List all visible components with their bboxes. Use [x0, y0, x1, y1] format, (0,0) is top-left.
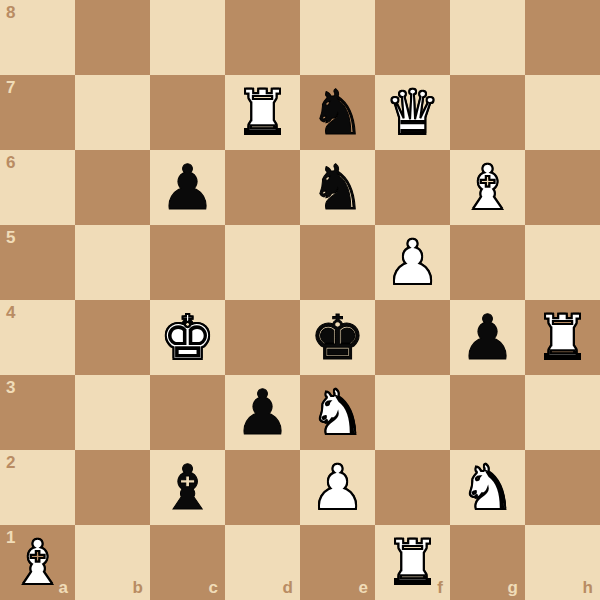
- square-b2[interactable]: [75, 450, 150, 525]
- square-e4[interactable]: ♚: [300, 300, 375, 375]
- square-h7[interactable]: [525, 75, 600, 150]
- black-pawn-piece: ♟: [450, 300, 525, 375]
- square-g6[interactable]: ♝: [450, 150, 525, 225]
- white-bishop-piece: ♝: [0, 525, 75, 600]
- square-a8[interactable]: 8: [0, 0, 75, 75]
- white-bishop-piece: ♝: [450, 150, 525, 225]
- white-pawn-piece: ♟: [300, 450, 375, 525]
- black-king-piece: ♚: [300, 300, 375, 375]
- square-c6[interactable]: ♟: [150, 150, 225, 225]
- white-rook-piece: ♜: [375, 525, 450, 600]
- square-b1[interactable]: b: [75, 525, 150, 600]
- square-d7[interactable]: ♜: [225, 75, 300, 150]
- square-f6[interactable]: [375, 150, 450, 225]
- square-f7[interactable]: ♛: [375, 75, 450, 150]
- square-f2[interactable]: [375, 450, 450, 525]
- square-b8[interactable]: [75, 0, 150, 75]
- white-knight-piece: ♞: [450, 450, 525, 525]
- square-h1[interactable]: h: [525, 525, 600, 600]
- rank-label-7: 7: [6, 79, 15, 96]
- black-pawn-piece: ♟: [225, 375, 300, 450]
- white-pawn-piece: ♟: [375, 225, 450, 300]
- file-label-d: d: [283, 579, 293, 596]
- square-h2[interactable]: [525, 450, 600, 525]
- square-b5[interactable]: [75, 225, 150, 300]
- square-h6[interactable]: [525, 150, 600, 225]
- square-e5[interactable]: [300, 225, 375, 300]
- white-king-piece: ♚: [150, 300, 225, 375]
- file-label-g: g: [508, 579, 518, 596]
- white-queen-piece: ♛: [375, 75, 450, 150]
- white-rook-piece: ♜: [225, 75, 300, 150]
- square-f4[interactable]: [375, 300, 450, 375]
- rank-label-3: 3: [6, 379, 15, 396]
- white-rook-piece: ♜: [525, 300, 600, 375]
- rank-label-2: 2: [6, 454, 15, 471]
- square-c8[interactable]: [150, 0, 225, 75]
- square-g4[interactable]: ♟: [450, 300, 525, 375]
- square-c1[interactable]: c: [150, 525, 225, 600]
- square-c7[interactable]: [150, 75, 225, 150]
- square-d5[interactable]: [225, 225, 300, 300]
- square-d4[interactable]: [225, 300, 300, 375]
- square-a7[interactable]: 7: [0, 75, 75, 150]
- square-a4[interactable]: 4: [0, 300, 75, 375]
- square-c4[interactable]: ♚: [150, 300, 225, 375]
- square-c5[interactable]: [150, 225, 225, 300]
- square-e8[interactable]: [300, 0, 375, 75]
- square-a2[interactable]: 2: [0, 450, 75, 525]
- black-knight-piece: ♞: [300, 150, 375, 225]
- black-knight-piece: ♞: [300, 75, 375, 150]
- file-label-h: h: [583, 579, 593, 596]
- square-b7[interactable]: [75, 75, 150, 150]
- square-d3[interactable]: ♟: [225, 375, 300, 450]
- square-e6[interactable]: ♞: [300, 150, 375, 225]
- square-b3[interactable]: [75, 375, 150, 450]
- square-b4[interactable]: [75, 300, 150, 375]
- square-g5[interactable]: [450, 225, 525, 300]
- file-label-c: c: [209, 579, 218, 596]
- square-e3[interactable]: ♞: [300, 375, 375, 450]
- square-c3[interactable]: [150, 375, 225, 450]
- square-d8[interactable]: [225, 0, 300, 75]
- square-a3[interactable]: 3: [0, 375, 75, 450]
- square-d1[interactable]: d: [225, 525, 300, 600]
- square-h5[interactable]: [525, 225, 600, 300]
- rank-label-5: 5: [6, 229, 15, 246]
- square-g3[interactable]: [450, 375, 525, 450]
- black-pawn-piece: ♟: [150, 150, 225, 225]
- square-b6[interactable]: [75, 150, 150, 225]
- white-knight-piece: ♞: [300, 375, 375, 450]
- square-a5[interactable]: 5: [0, 225, 75, 300]
- square-g1[interactable]: g: [450, 525, 525, 600]
- square-d6[interactable]: [225, 150, 300, 225]
- square-d2[interactable]: [225, 450, 300, 525]
- chess-board: 87♜♞♛6♟♞♝5♟4♚♚♟♜3♟♞2♝♟♞1a♝bcdef♜gh: [0, 0, 600, 600]
- square-g8[interactable]: [450, 0, 525, 75]
- rank-label-6: 6: [6, 154, 15, 171]
- square-f5[interactable]: ♟: [375, 225, 450, 300]
- rank-label-8: 8: [6, 4, 15, 21]
- square-h4[interactable]: ♜: [525, 300, 600, 375]
- square-h8[interactable]: [525, 0, 600, 75]
- file-label-e: e: [359, 579, 368, 596]
- square-e7[interactable]: ♞: [300, 75, 375, 150]
- black-bishop-piece: ♝: [150, 450, 225, 525]
- rank-label-4: 4: [6, 304, 15, 321]
- square-a1[interactable]: 1a♝: [0, 525, 75, 600]
- file-label-b: b: [133, 579, 143, 596]
- square-g2[interactable]: ♞: [450, 450, 525, 525]
- square-c2[interactable]: ♝: [150, 450, 225, 525]
- square-f1[interactable]: f♜: [375, 525, 450, 600]
- square-f3[interactable]: [375, 375, 450, 450]
- square-e1[interactable]: e: [300, 525, 375, 600]
- square-f8[interactable]: [375, 0, 450, 75]
- square-g7[interactable]: [450, 75, 525, 150]
- square-a6[interactable]: 6: [0, 150, 75, 225]
- square-h3[interactable]: [525, 375, 600, 450]
- square-e2[interactable]: ♟: [300, 450, 375, 525]
